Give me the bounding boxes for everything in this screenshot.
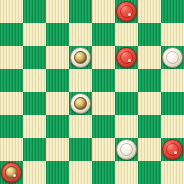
piece-white-king[interactable] — [70, 93, 91, 114]
square-b2[interactable] — [23, 138, 46, 161]
checkers-board — [0, 0, 184, 184]
square-e2[interactable] — [92, 138, 115, 161]
piece-red-man[interactable] — [116, 47, 137, 68]
square-c8[interactable] — [46, 0, 69, 23]
king-crown — [74, 51, 87, 64]
square-e5[interactable] — [92, 69, 115, 92]
piece-red-man[interactable] — [162, 139, 183, 160]
square-f3[interactable] — [115, 115, 138, 138]
square-b5[interactable] — [23, 69, 46, 92]
square-a6[interactable] — [0, 46, 23, 69]
square-h8[interactable] — [161, 0, 184, 23]
square-h2[interactable] — [161, 138, 184, 161]
square-h5[interactable] — [161, 69, 184, 92]
square-e1[interactable] — [92, 161, 115, 184]
square-d2[interactable] — [69, 138, 92, 161]
square-c2[interactable] — [46, 138, 69, 161]
square-b7[interactable] — [23, 23, 46, 46]
square-a5[interactable] — [0, 69, 23, 92]
square-c3[interactable] — [46, 115, 69, 138]
square-e6[interactable] — [92, 46, 115, 69]
square-e4[interactable] — [92, 92, 115, 115]
square-f5[interactable] — [115, 69, 138, 92]
square-b8[interactable] — [23, 0, 46, 23]
square-d5[interactable] — [69, 69, 92, 92]
square-f1[interactable] — [115, 161, 138, 184]
piece-red-man[interactable] — [116, 1, 137, 22]
square-c6[interactable] — [46, 46, 69, 69]
square-g4[interactable] — [138, 92, 161, 115]
square-g7[interactable] — [138, 23, 161, 46]
square-a8[interactable] — [0, 0, 23, 23]
square-d6[interactable] — [69, 46, 92, 69]
square-h1[interactable] — [161, 161, 184, 184]
square-g2[interactable] — [138, 138, 161, 161]
king-crown — [5, 166, 18, 179]
square-b3[interactable] — [23, 115, 46, 138]
square-d4[interactable] — [69, 92, 92, 115]
square-a4[interactable] — [0, 92, 23, 115]
square-d7[interactable] — [69, 23, 92, 46]
square-h7[interactable] — [161, 23, 184, 46]
square-c5[interactable] — [46, 69, 69, 92]
square-g1[interactable] — [138, 161, 161, 184]
square-c7[interactable] — [46, 23, 69, 46]
square-b6[interactable] — [23, 46, 46, 69]
piece-white-king[interactable] — [70, 47, 91, 68]
square-d3[interactable] — [69, 115, 92, 138]
square-a3[interactable] — [0, 115, 23, 138]
square-h3[interactable] — [161, 115, 184, 138]
square-f7[interactable] — [115, 23, 138, 46]
square-h6[interactable] — [161, 46, 184, 69]
square-c4[interactable] — [46, 92, 69, 115]
square-a7[interactable] — [0, 23, 23, 46]
square-b1[interactable] — [23, 161, 46, 184]
piece-red-king[interactable] — [1, 162, 22, 183]
square-f8[interactable] — [115, 0, 138, 23]
piece-white-man[interactable] — [162, 47, 183, 68]
square-f4[interactable] — [115, 92, 138, 115]
square-d8[interactable] — [69, 0, 92, 23]
square-d1[interactable] — [69, 161, 92, 184]
king-crown — [74, 97, 87, 110]
square-c1[interactable] — [46, 161, 69, 184]
square-g6[interactable] — [138, 46, 161, 69]
square-g5[interactable] — [138, 69, 161, 92]
square-g3[interactable] — [138, 115, 161, 138]
square-a2[interactable] — [0, 138, 23, 161]
square-e3[interactable] — [92, 115, 115, 138]
square-a1[interactable] — [0, 161, 23, 184]
square-f6[interactable] — [115, 46, 138, 69]
piece-white-man[interactable] — [116, 139, 137, 160]
square-e7[interactable] — [92, 23, 115, 46]
square-b4[interactable] — [23, 92, 46, 115]
square-h4[interactable] — [161, 92, 184, 115]
square-g8[interactable] — [138, 0, 161, 23]
square-e8[interactable] — [92, 0, 115, 23]
square-f2[interactable] — [115, 138, 138, 161]
